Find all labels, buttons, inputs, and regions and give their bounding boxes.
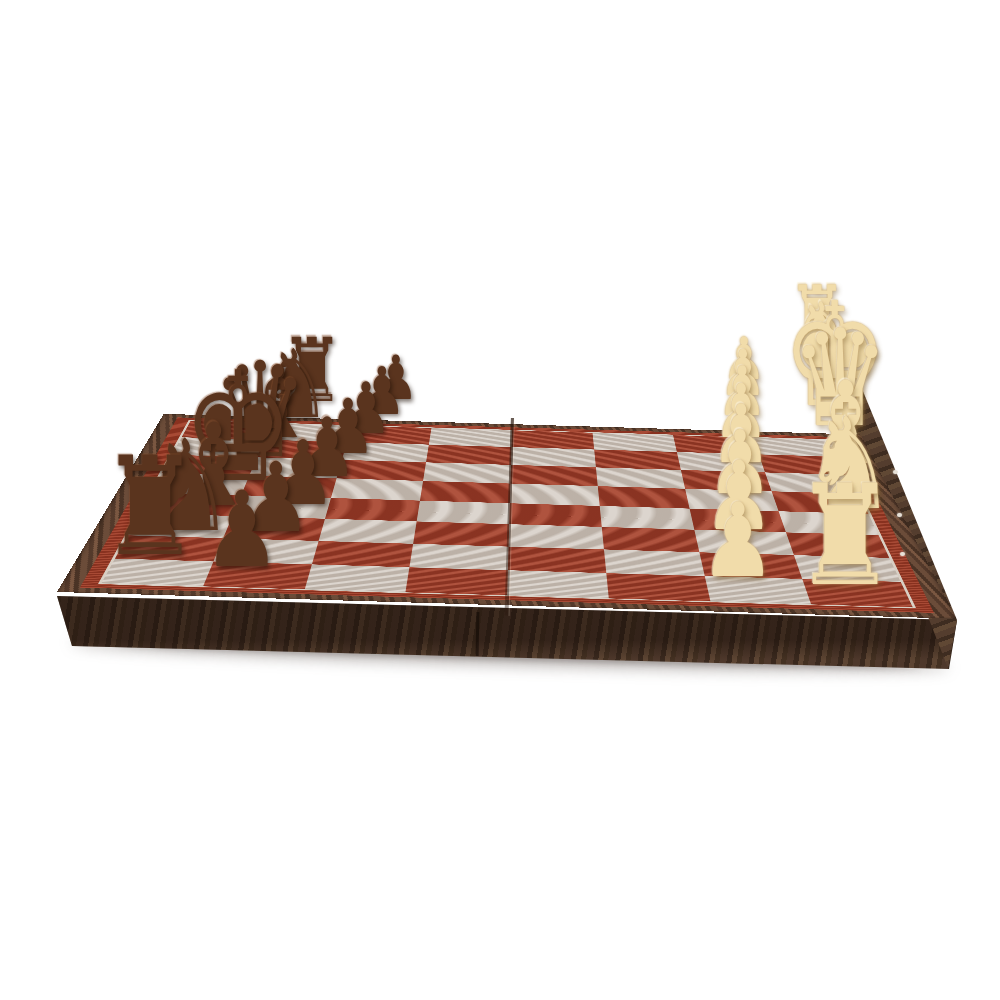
square-c8 — [128, 513, 232, 538]
margin-dot-2 — [897, 513, 902, 517]
board-perspective-wrap — [0, 0, 1000, 1000]
square-c2 — [694, 530, 794, 555]
square-a3 — [606, 573, 710, 601]
square-e7 — [241, 476, 336, 498]
square-b5 — [410, 544, 509, 570]
square-b6 — [311, 541, 413, 567]
square-a5 — [406, 567, 508, 595]
margin-dot-1 — [893, 470, 898, 474]
square-c3 — [602, 527, 699, 552]
square-e2 — [685, 489, 779, 512]
square-d8 — [140, 493, 241, 516]
square-b2 — [699, 552, 803, 579]
square-f4 — [510, 465, 597, 486]
square-c5 — [413, 521, 509, 546]
square-d3 — [599, 506, 693, 530]
square-b3 — [604, 549, 705, 576]
square-b8 — [115, 535, 223, 561]
square-d4 — [509, 503, 601, 527]
square-d6 — [325, 498, 421, 522]
square-c4 — [509, 524, 604, 549]
square-a4 — [507, 570, 608, 598]
square-c7 — [223, 516, 325, 541]
square-b7 — [213, 538, 318, 564]
square-d5 — [417, 501, 510, 525]
square-a7 — [203, 561, 312, 589]
chess-board — [57, 414, 957, 619]
square-e6 — [331, 478, 424, 500]
square-a1 — [802, 579, 912, 608]
square-a6 — [304, 564, 409, 592]
square-d2 — [689, 509, 786, 533]
product-photo-scene: ♜♞♝♚♛♝♞♜♟♟♟♟♟♟♟♟♜♞♝♛♚♝♞♜♟♟♟♟♟♟♟♟ — [0, 0, 1000, 1000]
square-e5 — [420, 481, 510, 503]
square-c6 — [318, 519, 417, 544]
square-e3 — [598, 486, 690, 509]
square-a8 — [101, 559, 213, 587]
square-b1 — [794, 555, 901, 582]
square-d7 — [232, 495, 330, 518]
square-e8 — [151, 473, 249, 495]
square-a2 — [704, 576, 811, 604]
square-d1 — [779, 511, 879, 535]
square-b4 — [508, 546, 606, 573]
square-e4 — [510, 483, 600, 505]
square-c1 — [786, 532, 889, 557]
margin-dot-3 — [900, 552, 905, 556]
